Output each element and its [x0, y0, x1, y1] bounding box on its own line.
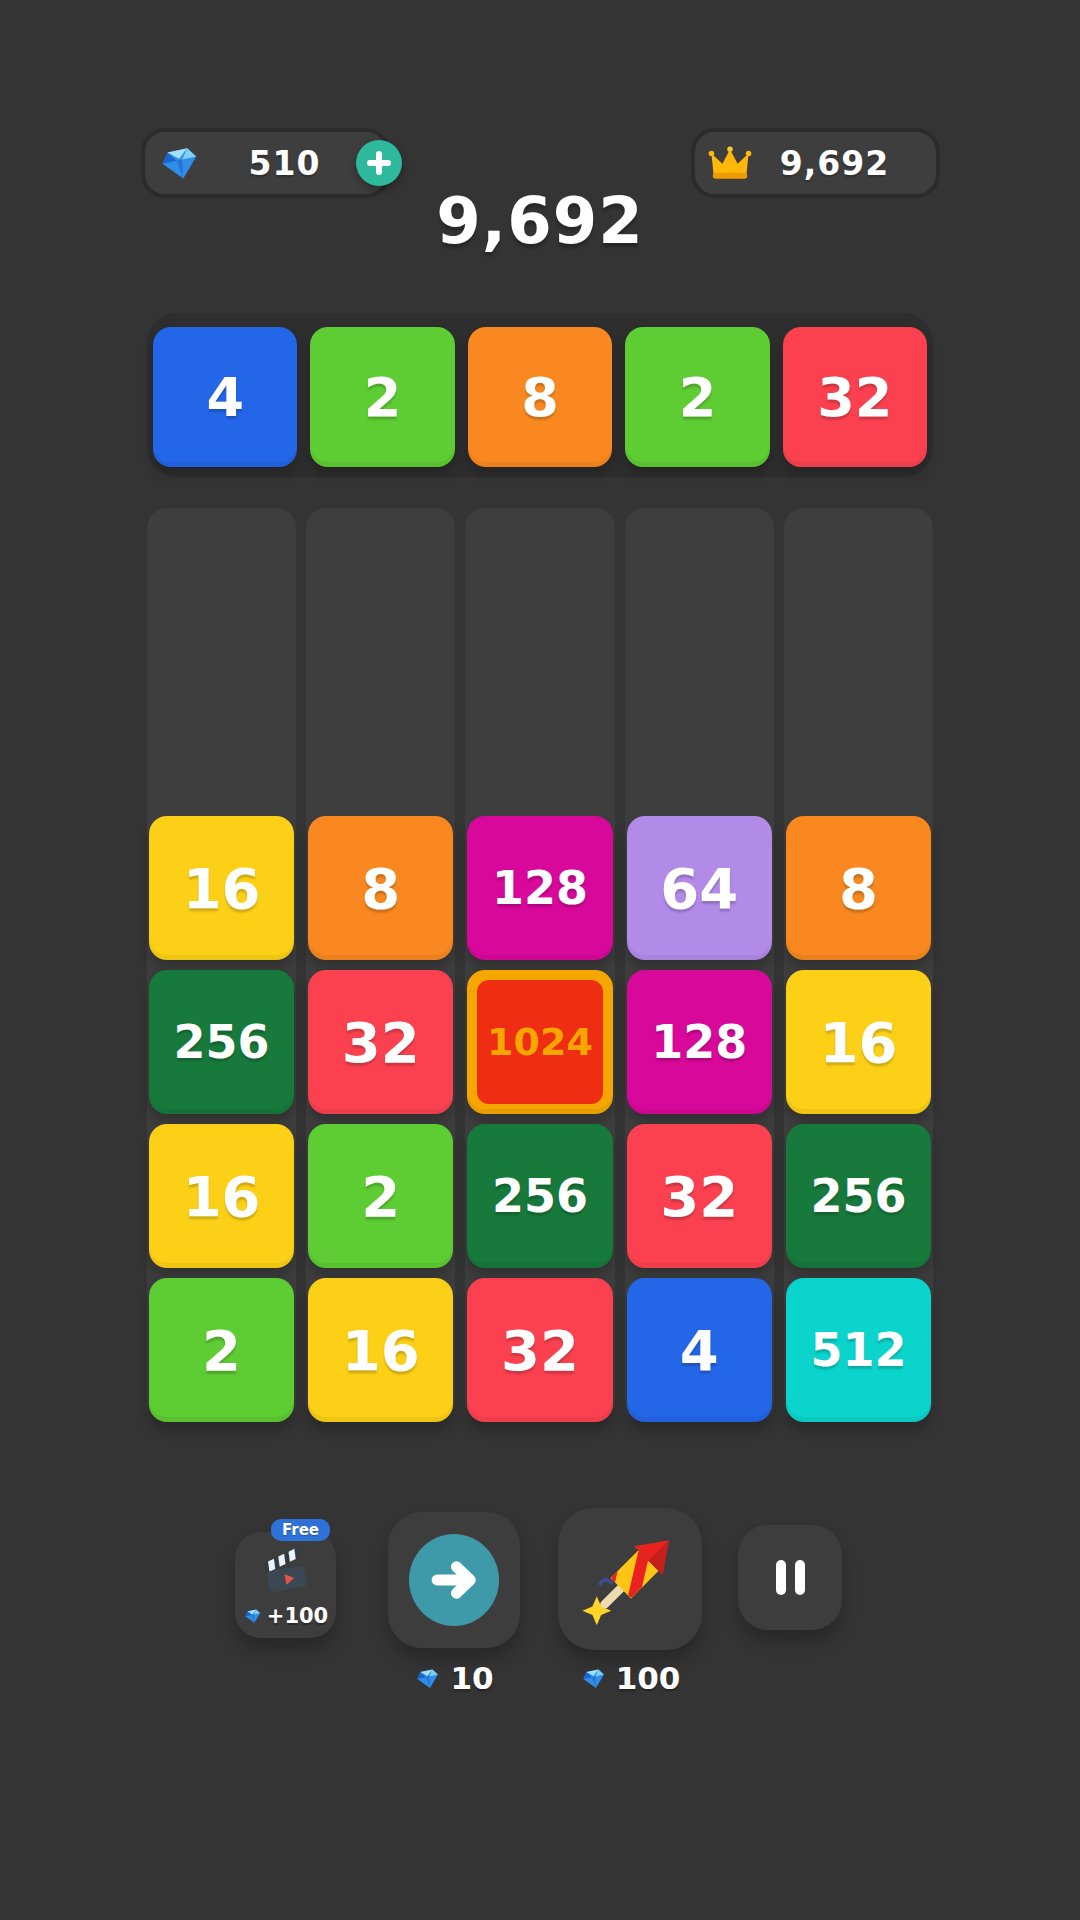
best-score-value: 9,692: [759, 144, 936, 183]
board-cell-r2c2: [306, 662, 455, 806]
rocket-booster-button[interactable]: [558, 1508, 702, 1650]
tile-512: 512: [786, 1278, 931, 1422]
pause-icon: [795, 1560, 805, 1595]
rocket-cost-value: 100: [616, 1660, 681, 1696]
tile-32: 32: [308, 970, 453, 1114]
gem-icon: [414, 1666, 442, 1691]
tile-32: 32: [783, 327, 927, 467]
board-cell-r5c5: 256: [784, 1124, 933, 1268]
swap-arrow-button[interactable]: [388, 1512, 520, 1648]
tile-1024: 1024: [467, 970, 612, 1114]
board-cell-r4c4: 128: [625, 970, 774, 1114]
board-cell-r4c5: 16: [784, 970, 933, 1114]
arrow-cost-label: 10: [388, 1660, 520, 1696]
next-tiles-queue: 428232: [147, 313, 933, 477]
board-cell-r6c1: 2: [147, 1278, 296, 1422]
current-score: 9,692: [0, 184, 1080, 258]
tile-2: 2: [308, 1124, 453, 1268]
pause-icon: [776, 1560, 786, 1595]
tile-2: 2: [149, 1278, 294, 1422]
board-column-3[interactable]: 128102425632: [465, 508, 614, 1422]
board-cell-r2c5: [784, 662, 933, 806]
pause-button[interactable]: [738, 1525, 842, 1630]
board-cell-r1c2: [306, 508, 455, 652]
board-cell-r1c1: [147, 508, 296, 652]
board-cell-r5c4: 32: [625, 1124, 774, 1268]
tile-128: 128: [627, 970, 772, 1114]
board-column-4[interactable]: 64128324: [625, 508, 774, 1422]
board-cell-r6c5: 512: [784, 1278, 933, 1422]
board-cell-r2c4: [625, 662, 774, 806]
board-column-5[interactable]: 816256512: [784, 508, 933, 1422]
tile-16: 16: [308, 1278, 453, 1422]
board-cell-r2c1: [147, 662, 296, 806]
board-cell-r5c2: 2: [306, 1124, 455, 1268]
tile-128: 128: [467, 816, 612, 960]
tile-4: 4: [627, 1278, 772, 1422]
board-cell-r3c1: 16: [147, 816, 296, 960]
tile-4: 4: [153, 327, 297, 467]
board-column-1[interactable]: 16256162: [147, 508, 296, 1422]
board-cell-r4c3: 1024: [465, 970, 614, 1114]
rocket-cost-label: 100: [558, 1660, 702, 1696]
board-cell-r3c2: 8: [306, 816, 455, 960]
tile-16: 16: [149, 816, 294, 960]
tile-64: 64: [627, 816, 772, 960]
ad-reward: +100: [243, 1604, 328, 1628]
tile-8: 8: [786, 816, 931, 960]
watch-ad-button[interactable]: Free +100: [235, 1532, 336, 1638]
tile-256: 256: [467, 1124, 612, 1268]
board-cell-r5c3: 256: [465, 1124, 614, 1268]
game-board: 1625616283221612810242563264128324816256…: [147, 508, 933, 1422]
tile-16: 16: [786, 970, 931, 1114]
tile-2: 2: [625, 327, 769, 467]
board-cell-r6c4: 4: [625, 1278, 774, 1422]
board-cell-r3c5: 8: [784, 816, 933, 960]
board-cell-r3c4: 64: [625, 816, 774, 960]
arrow-circle: [409, 1534, 499, 1626]
tile-256: 256: [149, 970, 294, 1114]
firework-rocket-icon: [578, 1527, 682, 1631]
tile-32: 32: [467, 1278, 612, 1422]
board-cell-r2c3: [465, 662, 614, 806]
add-gems-button[interactable]: [356, 140, 402, 186]
arrow-cost-value: 10: [450, 1660, 493, 1696]
board-cell-r4c2: 32: [306, 970, 455, 1114]
ad-reward-amount: +100: [267, 1604, 328, 1628]
gem-icon: [580, 1666, 608, 1691]
gem-icon: [243, 1607, 263, 1625]
board-cell-r1c5: [784, 508, 933, 652]
crown-icon: [701, 145, 759, 181]
tile-8: 8: [468, 327, 612, 467]
board-cell-r5c1: 16: [147, 1124, 296, 1268]
free-badge: Free: [271, 1519, 330, 1541]
tile-16: 16: [149, 1124, 294, 1268]
board-cell-r1c3: [465, 508, 614, 652]
clapperboard-icon: [259, 1544, 313, 1600]
right-arrow-icon: [425, 1551, 483, 1609]
tile-32: 32: [627, 1124, 772, 1268]
board-column-2[interactable]: 832216: [306, 508, 455, 1422]
tile-8: 8: [308, 816, 453, 960]
tile-256: 256: [786, 1124, 931, 1268]
tile-2: 2: [310, 327, 454, 467]
board-cell-r4c1: 256: [147, 970, 296, 1114]
gem-icon: [151, 142, 209, 184]
board-cell-r1c4: [625, 508, 774, 652]
board-cell-r6c2: 16: [306, 1278, 455, 1422]
board-cell-r3c3: 128: [465, 816, 614, 960]
board-cell-r6c3: 32: [465, 1278, 614, 1422]
